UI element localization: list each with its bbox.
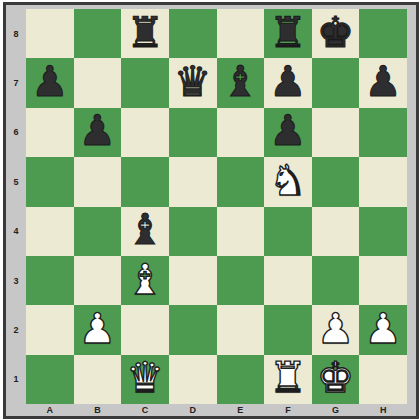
file-label-c: C bbox=[121, 404, 169, 416]
square-c7[interactable] bbox=[121, 58, 169, 107]
square-e6[interactable] bbox=[217, 108, 265, 157]
white-rook[interactable]: ♜ bbox=[269, 357, 307, 399]
square-c3[interactable]: ♝ bbox=[121, 256, 169, 305]
black-bishop[interactable]: ♝ bbox=[221, 61, 259, 103]
square-g8[interactable]: ♚ bbox=[312, 9, 360, 58]
square-g3[interactable] bbox=[312, 256, 360, 305]
square-g6[interactable] bbox=[312, 108, 360, 157]
white-pawn[interactable]: ♟ bbox=[364, 308, 402, 350]
file-label-b: B bbox=[74, 404, 122, 416]
square-d7[interactable]: ♛ bbox=[169, 58, 217, 107]
black-pawn[interactable]: ♟ bbox=[269, 110, 307, 152]
square-e3[interactable] bbox=[217, 256, 265, 305]
square-h7[interactable]: ♟ bbox=[359, 58, 407, 107]
black-pawn[interactable]: ♟ bbox=[364, 61, 402, 103]
square-h8[interactable] bbox=[359, 9, 407, 58]
rank-label-5: 5 bbox=[6, 157, 26, 206]
square-a1[interactable] bbox=[26, 355, 74, 404]
square-d5[interactable] bbox=[169, 157, 217, 206]
square-g7[interactable] bbox=[312, 58, 360, 107]
square-a6[interactable] bbox=[26, 108, 74, 157]
board-frame: 87654321 ♜♜♚♟♛♝♟♟♟♟♞♝♝♟♟♟♛♜♚ ABCDEFGH bbox=[3, 2, 419, 419]
file-labels: ABCDEFGH bbox=[26, 404, 407, 416]
rank-label-4: 4 bbox=[6, 207, 26, 256]
board: ♜♜♚♟♛♝♟♟♟♟♞♝♝♟♟♟♛♜♚ bbox=[26, 9, 407, 404]
square-a2[interactable] bbox=[26, 305, 74, 354]
square-b1[interactable] bbox=[74, 355, 122, 404]
file-label-d: D bbox=[169, 404, 217, 416]
square-a3[interactable] bbox=[26, 256, 74, 305]
rank-labels: 87654321 bbox=[6, 9, 26, 404]
square-g4[interactable] bbox=[312, 207, 360, 256]
square-g1[interactable]: ♚ bbox=[312, 355, 360, 404]
square-e4[interactable] bbox=[217, 207, 265, 256]
white-king[interactable]: ♚ bbox=[317, 357, 355, 399]
square-h4[interactable] bbox=[359, 207, 407, 256]
square-h5[interactable] bbox=[359, 157, 407, 206]
black-rook[interactable]: ♜ bbox=[126, 12, 164, 54]
file-label-a: A bbox=[26, 404, 74, 416]
black-rook[interactable]: ♜ bbox=[269, 12, 307, 54]
black-pawn[interactable]: ♟ bbox=[31, 61, 69, 103]
square-a4[interactable] bbox=[26, 207, 74, 256]
square-b3[interactable] bbox=[74, 256, 122, 305]
file-label-e: E bbox=[217, 404, 265, 416]
square-a5[interactable] bbox=[26, 157, 74, 206]
square-e8[interactable] bbox=[217, 9, 265, 58]
square-f7[interactable]: ♟ bbox=[264, 58, 312, 107]
square-b5[interactable] bbox=[74, 157, 122, 206]
file-label-f: F bbox=[264, 404, 312, 416]
square-a8[interactable] bbox=[26, 9, 74, 58]
square-h6[interactable] bbox=[359, 108, 407, 157]
square-c1[interactable]: ♛ bbox=[121, 355, 169, 404]
square-d8[interactable] bbox=[169, 9, 217, 58]
rank-label-8: 8 bbox=[6, 9, 26, 58]
square-b4[interactable] bbox=[74, 207, 122, 256]
rank-label-1: 1 bbox=[6, 355, 26, 404]
file-label-g: G bbox=[312, 404, 360, 416]
square-d2[interactable] bbox=[169, 305, 217, 354]
file-label-h: H bbox=[359, 404, 407, 416]
square-g5[interactable] bbox=[312, 157, 360, 206]
white-pawn[interactable]: ♟ bbox=[79, 308, 117, 350]
square-c6[interactable] bbox=[121, 108, 169, 157]
white-bishop[interactable]: ♝ bbox=[126, 259, 164, 301]
square-e7[interactable]: ♝ bbox=[217, 58, 265, 107]
square-d6[interactable] bbox=[169, 108, 217, 157]
square-c8[interactable]: ♜ bbox=[121, 9, 169, 58]
square-c5[interactable] bbox=[121, 157, 169, 206]
square-f1[interactable]: ♜ bbox=[264, 355, 312, 404]
square-b6[interactable]: ♟ bbox=[74, 108, 122, 157]
black-queen[interactable]: ♛ bbox=[174, 61, 212, 103]
square-e5[interactable] bbox=[217, 157, 265, 206]
black-pawn[interactable]: ♟ bbox=[79, 110, 117, 152]
square-f6[interactable]: ♟ bbox=[264, 108, 312, 157]
square-g2[interactable]: ♟ bbox=[312, 305, 360, 354]
square-a7[interactable]: ♟ bbox=[26, 58, 74, 107]
rank-label-6: 6 bbox=[6, 108, 26, 157]
black-bishop[interactable]: ♝ bbox=[126, 209, 164, 251]
square-e2[interactable] bbox=[217, 305, 265, 354]
square-b7[interactable] bbox=[74, 58, 122, 107]
square-f5[interactable]: ♞ bbox=[264, 157, 312, 206]
black-pawn[interactable]: ♟ bbox=[269, 61, 307, 103]
square-d3[interactable] bbox=[169, 256, 217, 305]
white-queen[interactable]: ♛ bbox=[126, 357, 164, 399]
white-knight[interactable]: ♞ bbox=[269, 160, 307, 202]
chessboard-app: 87654321 ♜♜♚♟♛♝♟♟♟♟♞♝♝♟♟♟♛♜♚ ABCDEFGH bbox=[0, 0, 420, 420]
square-c4[interactable]: ♝ bbox=[121, 207, 169, 256]
square-e1[interactable] bbox=[217, 355, 265, 404]
square-c2[interactable] bbox=[121, 305, 169, 354]
square-f3[interactable] bbox=[264, 256, 312, 305]
rank-label-3: 3 bbox=[6, 256, 26, 305]
square-b8[interactable] bbox=[74, 9, 122, 58]
white-pawn[interactable]: ♟ bbox=[317, 308, 355, 350]
square-h3[interactable] bbox=[359, 256, 407, 305]
square-d4[interactable] bbox=[169, 207, 217, 256]
rank-label-2: 2 bbox=[6, 305, 26, 354]
square-f2[interactable] bbox=[264, 305, 312, 354]
square-d1[interactable] bbox=[169, 355, 217, 404]
square-f4[interactable] bbox=[264, 207, 312, 256]
black-king[interactable]: ♚ bbox=[317, 12, 355, 54]
square-f8[interactable]: ♜ bbox=[264, 9, 312, 58]
square-b2[interactable]: ♟ bbox=[74, 305, 122, 354]
square-h1[interactable] bbox=[359, 355, 407, 404]
rank-label-7: 7 bbox=[6, 58, 26, 107]
square-h2[interactable]: ♟ bbox=[359, 305, 407, 354]
